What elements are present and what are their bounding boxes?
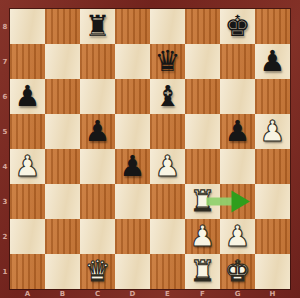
square-a8[interactable] (10, 9, 45, 44)
chess-board-frame: 87654321 ABCDEFGH ♜♚♛♟♟♝♟♟♟♟♟♟♜♟♟♛♜♚ (0, 0, 300, 298)
square-f2[interactable]: ♟ (185, 219, 220, 254)
file-label-g: G (220, 289, 255, 298)
square-a6[interactable]: ♟ (10, 79, 45, 114)
file-label-d: D (115, 289, 150, 298)
square-d6[interactable] (115, 79, 150, 114)
square-d8[interactable] (115, 9, 150, 44)
rank-label-1: 1 (0, 254, 10, 289)
square-f7[interactable] (185, 44, 220, 79)
rank-label-7: 7 (0, 44, 10, 79)
black-bishop[interactable]: ♝ (150, 79, 185, 114)
square-c1[interactable]: ♛ (80, 254, 115, 289)
square-h7[interactable]: ♟ (255, 44, 290, 79)
square-d3[interactable] (115, 184, 150, 219)
square-h6[interactable] (255, 79, 290, 114)
square-b6[interactable] (45, 79, 80, 114)
square-a2[interactable] (10, 219, 45, 254)
rank-label-2: 2 (0, 219, 10, 254)
black-queen[interactable]: ♛ (150, 44, 185, 79)
square-f4[interactable] (185, 149, 220, 184)
white-pawn[interactable]: ♟ (150, 149, 185, 184)
white-rook[interactable]: ♜ (185, 184, 220, 219)
white-king[interactable]: ♚ (220, 254, 255, 289)
square-e6[interactable]: ♝ (150, 79, 185, 114)
file-labels: ABCDEFGH (10, 289, 290, 298)
square-f8[interactable] (185, 9, 220, 44)
square-e8[interactable] (150, 9, 185, 44)
square-g7[interactable] (220, 44, 255, 79)
square-d1[interactable] (115, 254, 150, 289)
rank-label-4: 4 (0, 149, 10, 184)
square-c8[interactable]: ♜ (80, 9, 115, 44)
file-label-f: F (185, 289, 220, 298)
square-f3[interactable]: ♜ (185, 184, 220, 219)
square-d4[interactable]: ♟ (115, 149, 150, 184)
square-c5[interactable]: ♟ (80, 114, 115, 149)
white-queen[interactable]: ♛ (80, 254, 115, 289)
white-pawn[interactable]: ♟ (10, 149, 45, 184)
white-pawn[interactable]: ♟ (220, 219, 255, 254)
black-pawn[interactable]: ♟ (10, 79, 45, 114)
square-e5[interactable] (150, 114, 185, 149)
square-b2[interactable] (45, 219, 80, 254)
square-b5[interactable] (45, 114, 80, 149)
square-h4[interactable] (255, 149, 290, 184)
square-g2[interactable]: ♟ (220, 219, 255, 254)
black-king[interactable]: ♚ (220, 9, 255, 44)
rank-label-8: 8 (0, 9, 10, 44)
square-d2[interactable] (115, 219, 150, 254)
square-g8[interactable]: ♚ (220, 9, 255, 44)
square-d5[interactable] (115, 114, 150, 149)
white-rook[interactable]: ♜ (185, 254, 220, 289)
file-label-c: C (80, 289, 115, 298)
square-f1[interactable]: ♜ (185, 254, 220, 289)
square-e3[interactable] (150, 184, 185, 219)
square-f5[interactable] (185, 114, 220, 149)
square-g5[interactable]: ♟ (220, 114, 255, 149)
black-pawn[interactable]: ♟ (255, 44, 290, 79)
square-a3[interactable] (10, 184, 45, 219)
square-g6[interactable] (220, 79, 255, 114)
file-label-a: A (10, 289, 45, 298)
square-a4[interactable]: ♟ (10, 149, 45, 184)
rank-labels: 87654321 (0, 9, 10, 289)
square-h1[interactable] (255, 254, 290, 289)
square-d7[interactable] (115, 44, 150, 79)
square-e1[interactable] (150, 254, 185, 289)
square-b3[interactable] (45, 184, 80, 219)
square-c3[interactable] (80, 184, 115, 219)
black-pawn[interactable]: ♟ (115, 149, 150, 184)
square-e4[interactable]: ♟ (150, 149, 185, 184)
square-h3[interactable] (255, 184, 290, 219)
rank-label-5: 5 (0, 114, 10, 149)
square-h8[interactable] (255, 9, 290, 44)
square-a1[interactable] (10, 254, 45, 289)
file-label-b: B (45, 289, 80, 298)
black-rook[interactable]: ♜ (80, 9, 115, 44)
white-pawn[interactable]: ♟ (185, 219, 220, 254)
square-c4[interactable] (80, 149, 115, 184)
square-e2[interactable] (150, 219, 185, 254)
white-pawn[interactable]: ♟ (255, 114, 290, 149)
black-pawn[interactable]: ♟ (80, 114, 115, 149)
file-label-e: E (150, 289, 185, 298)
square-g1[interactable]: ♚ (220, 254, 255, 289)
square-f6[interactable] (185, 79, 220, 114)
square-b8[interactable] (45, 9, 80, 44)
square-c7[interactable] (80, 44, 115, 79)
square-h5[interactable]: ♟ (255, 114, 290, 149)
square-c6[interactable] (80, 79, 115, 114)
square-a5[interactable] (10, 114, 45, 149)
square-h2[interactable] (255, 219, 290, 254)
black-pawn[interactable]: ♟ (220, 114, 255, 149)
rank-label-6: 6 (0, 79, 10, 114)
square-g3[interactable] (220, 184, 255, 219)
square-b7[interactable] (45, 44, 80, 79)
square-c2[interactable] (80, 219, 115, 254)
rank-label-3: 3 (0, 184, 10, 219)
square-b1[interactable] (45, 254, 80, 289)
square-g4[interactable] (220, 149, 255, 184)
square-b4[interactable] (45, 149, 80, 184)
square-e7[interactable]: ♛ (150, 44, 185, 79)
chess-board: ♜♚♛♟♟♝♟♟♟♟♟♟♜♟♟♛♜♚ (10, 9, 290, 289)
file-label-h: H (255, 289, 290, 298)
square-a7[interactable] (10, 44, 45, 79)
